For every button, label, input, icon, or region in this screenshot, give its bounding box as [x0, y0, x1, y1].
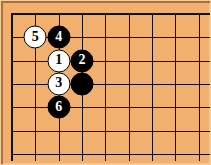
grid-line-horizontal — [12, 84, 210, 85]
stone-label: 6 — [55, 100, 62, 114]
stone-white-5[interactable]: 5 — [24, 26, 47, 49]
stone-label: 2 — [78, 53, 85, 67]
stone-label: 5 — [32, 30, 39, 44]
stone-black-2[interactable]: 2 — [70, 49, 93, 72]
go-diagram-frame: 123456 — [0, 0, 211, 165]
stone-black-4[interactable]: 4 — [47, 26, 70, 49]
grid-line-horizontal — [12, 107, 210, 108]
stone-label: 3 — [55, 76, 62, 90]
stone-black-unnumbered[interactable] — [70, 72, 93, 95]
grid-line-horizontal — [12, 154, 210, 155]
board-edge-top — [11, 13, 210, 15]
grid-line-horizontal — [12, 61, 210, 62]
stone-label: 1 — [55, 53, 62, 67]
board-edge-left — [11, 13, 13, 161]
go-board[interactable]: 123456 — [1, 1, 210, 164]
grid-line-horizontal — [12, 131, 210, 132]
stone-white-1[interactable]: 1 — [47, 49, 70, 72]
stone-label: 4 — [55, 30, 62, 44]
stone-black-6[interactable]: 6 — [47, 96, 70, 119]
stone-white-3[interactable]: 3 — [47, 72, 70, 95]
